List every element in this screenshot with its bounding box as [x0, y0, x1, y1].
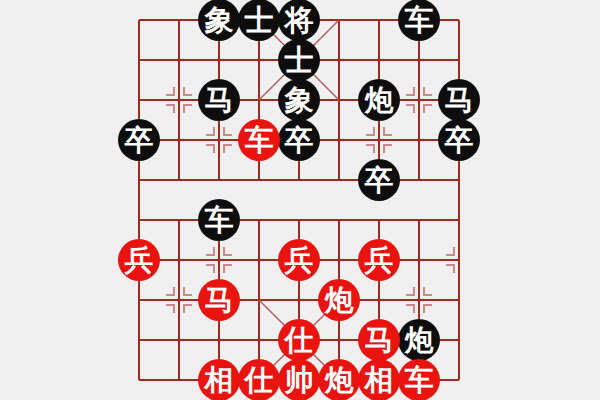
point-marker — [406, 304, 415, 313]
point-marker — [446, 247, 455, 256]
point-marker — [166, 104, 175, 113]
piece-black-soldier[interactable]: 卒 — [118, 119, 160, 161]
point-marker — [183, 287, 192, 296]
piece-black-cannon[interactable]: 炮 — [398, 319, 440, 361]
point-marker — [223, 144, 232, 153]
point-marker — [423, 104, 432, 113]
point-marker — [406, 104, 415, 113]
piece-red-elephant[interactable]: 相 — [198, 359, 240, 400]
piece-red-soldier[interactable]: 兵 — [358, 239, 400, 281]
xiangqi-board: 象士将车士马象炮马卒卒卒卒车炮车兵兵兵马炮仕马相仕帅炮相车 — [0, 0, 600, 400]
piece-red-soldier[interactable]: 兵 — [278, 239, 320, 281]
piece-red-advisor[interactable]: 仕 — [278, 319, 320, 361]
piece-black-horse[interactable]: 马 — [198, 79, 240, 121]
point-marker — [383, 144, 392, 153]
point-marker — [206, 127, 215, 136]
piece-red-chariot[interactable]: 车 — [238, 119, 280, 161]
piece-red-horse[interactable]: 马 — [198, 279, 240, 321]
piece-black-horse[interactable]: 马 — [438, 79, 480, 121]
point-marker — [223, 264, 232, 273]
xiangqi-screen: 象士将车士马象炮马卒卒卒卒车炮车兵兵兵马炮仕马相仕帅炮相车 — [0, 0, 600, 400]
point-marker — [366, 144, 375, 153]
piece-red-horse[interactable]: 马 — [358, 319, 400, 361]
piece-black-chariot[interactable]: 车 — [198, 199, 240, 241]
piece-black-chariot[interactable]: 车 — [398, 0, 440, 41]
point-marker — [183, 87, 192, 96]
point-marker — [366, 127, 375, 136]
point-marker — [206, 264, 215, 273]
point-marker — [166, 87, 175, 96]
piece-black-elephant[interactable]: 象 — [278, 79, 320, 121]
point-marker — [446, 264, 455, 273]
piece-black-general[interactable]: 将 — [278, 0, 320, 41]
piece-red-cannon[interactable]: 炮 — [318, 359, 360, 400]
piece-red-cannon[interactable]: 炮 — [318, 279, 360, 321]
point-marker — [223, 247, 232, 256]
point-marker — [383, 127, 392, 136]
piece-red-general[interactable]: 帅 — [278, 359, 320, 400]
piece-black-cannon[interactable]: 炮 — [358, 79, 400, 121]
point-marker — [406, 87, 415, 96]
piece-red-soldier[interactable]: 兵 — [118, 239, 160, 281]
piece-black-soldier[interactable]: 卒 — [438, 119, 480, 161]
point-marker — [423, 304, 432, 313]
point-marker — [166, 304, 175, 313]
point-marker — [223, 127, 232, 136]
point-marker — [406, 287, 415, 296]
point-marker — [423, 87, 432, 96]
piece-black-advisor[interactable]: 士 — [278, 39, 320, 81]
piece-black-soldier[interactable]: 卒 — [278, 119, 320, 161]
point-marker — [183, 104, 192, 113]
point-marker — [183, 304, 192, 313]
point-marker — [423, 287, 432, 296]
piece-black-advisor[interactable]: 士 — [238, 0, 280, 41]
point-marker — [206, 144, 215, 153]
piece-black-elephant[interactable]: 象 — [198, 0, 240, 41]
piece-black-soldier[interactable]: 卒 — [358, 159, 400, 201]
piece-red-elephant[interactable]: 相 — [358, 359, 400, 400]
piece-red-advisor[interactable]: 仕 — [238, 359, 280, 400]
point-marker — [166, 287, 175, 296]
point-marker — [206, 247, 215, 256]
piece-red-chariot[interactable]: 车 — [398, 359, 440, 400]
